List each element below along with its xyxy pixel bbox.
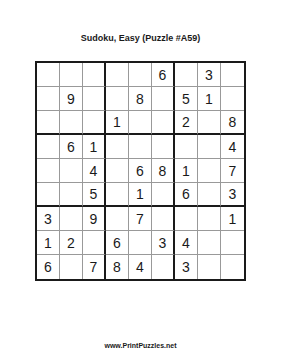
cell-r4c9: 4: [221, 135, 244, 159]
cell-r1c7: [175, 63, 198, 87]
cell-r7c6: [152, 207, 175, 231]
cell-r3c1: [37, 111, 60, 135]
cell-r2c7: 5: [175, 87, 198, 111]
cell-r5c7: 1: [175, 159, 198, 183]
cell-r3c9: 8: [221, 111, 244, 135]
cell-r3c7: 2: [175, 111, 198, 135]
cell-r7c3: 9: [83, 207, 106, 231]
cell-r1c9: [221, 63, 244, 87]
cell-r5c1: [37, 159, 60, 183]
cell-r7c2: [60, 207, 83, 231]
cell-r7c9: 1: [221, 207, 244, 231]
site-credit: www.PrintPuzzles.net: [0, 342, 281, 349]
cell-r1c4: [106, 63, 129, 87]
cell-r3c5: [129, 111, 152, 135]
cell-r7c7: [175, 207, 198, 231]
cell-r8c2: 2: [60, 231, 83, 255]
cell-r4c8: [198, 135, 221, 159]
cell-r4c1: [37, 135, 60, 159]
cell-r9c7: 3: [175, 255, 198, 279]
cell-r5c3: 4: [83, 159, 106, 183]
cell-r2c4: [106, 87, 129, 111]
cell-r6c5: 1: [129, 183, 152, 207]
cell-r7c5: 7: [129, 207, 152, 231]
cell-r1c3: [83, 63, 106, 87]
cell-r6c6: [152, 183, 175, 207]
cell-r6c3: 5: [83, 183, 106, 207]
cell-r9c6: [152, 255, 175, 279]
cell-r3c8: [198, 111, 221, 135]
cell-r5c6: 8: [152, 159, 175, 183]
cell-r3c4: 1: [106, 111, 129, 135]
sudoku-board: 63985112861446817516339711263467843: [35, 61, 246, 281]
cell-r9c1: 6: [37, 255, 60, 279]
cell-r6c1: [37, 183, 60, 207]
page-title: Sudoku, Easy (Puzzle #A59): [0, 33, 281, 43]
cell-r4c4: [106, 135, 129, 159]
cell-r3c3: [83, 111, 106, 135]
cell-r1c2: [60, 63, 83, 87]
cell-r6c7: 6: [175, 183, 198, 207]
cell-r5c4: [106, 159, 129, 183]
cell-r8c1: 1: [37, 231, 60, 255]
cell-r5c2: [60, 159, 83, 183]
cell-r7c1: 3: [37, 207, 60, 231]
cell-r8c9: [221, 231, 244, 255]
cell-r2c2: 9: [60, 87, 83, 111]
cell-r6c8: [198, 183, 221, 207]
cell-r9c9: [221, 255, 244, 279]
cell-r2c5: 8: [129, 87, 152, 111]
cell-r5c8: [198, 159, 221, 183]
cell-r9c5: 4: [129, 255, 152, 279]
cell-r1c1: [37, 63, 60, 87]
cell-r4c5: [129, 135, 152, 159]
cell-r7c8: [198, 207, 221, 231]
cell-r4c2: 6: [60, 135, 83, 159]
cell-r9c3: 7: [83, 255, 106, 279]
cell-r6c9: 3: [221, 183, 244, 207]
cell-r8c7: 4: [175, 231, 198, 255]
cell-r6c4: [106, 183, 129, 207]
cell-r9c2: [60, 255, 83, 279]
cell-r4c6: [152, 135, 175, 159]
cell-r2c1: [37, 87, 60, 111]
cell-r3c6: [152, 111, 175, 135]
cell-r9c8: [198, 255, 221, 279]
cell-r2c3: [83, 87, 106, 111]
cell-r4c7: [175, 135, 198, 159]
cell-r6c2: [60, 183, 83, 207]
cell-r2c8: 1: [198, 87, 221, 111]
cell-r7c4: [106, 207, 129, 231]
cell-r1c8: 3: [198, 63, 221, 87]
cell-r1c6: 6: [152, 63, 175, 87]
cell-r5c9: 7: [221, 159, 244, 183]
cell-r3c2: [60, 111, 83, 135]
cell-r8c8: [198, 231, 221, 255]
cell-r2c9: [221, 87, 244, 111]
cell-r9c4: 8: [106, 255, 129, 279]
cell-r5c5: 6: [129, 159, 152, 183]
cell-r8c3: [83, 231, 106, 255]
cell-r8c6: 3: [152, 231, 175, 255]
sudoku-grid: 63985112861446817516339711263467843: [37, 63, 244, 279]
cell-r8c5: [129, 231, 152, 255]
cell-r2c6: [152, 87, 175, 111]
cell-r4c3: 1: [83, 135, 106, 159]
cell-r1c5: [129, 63, 152, 87]
cell-r8c4: 6: [106, 231, 129, 255]
